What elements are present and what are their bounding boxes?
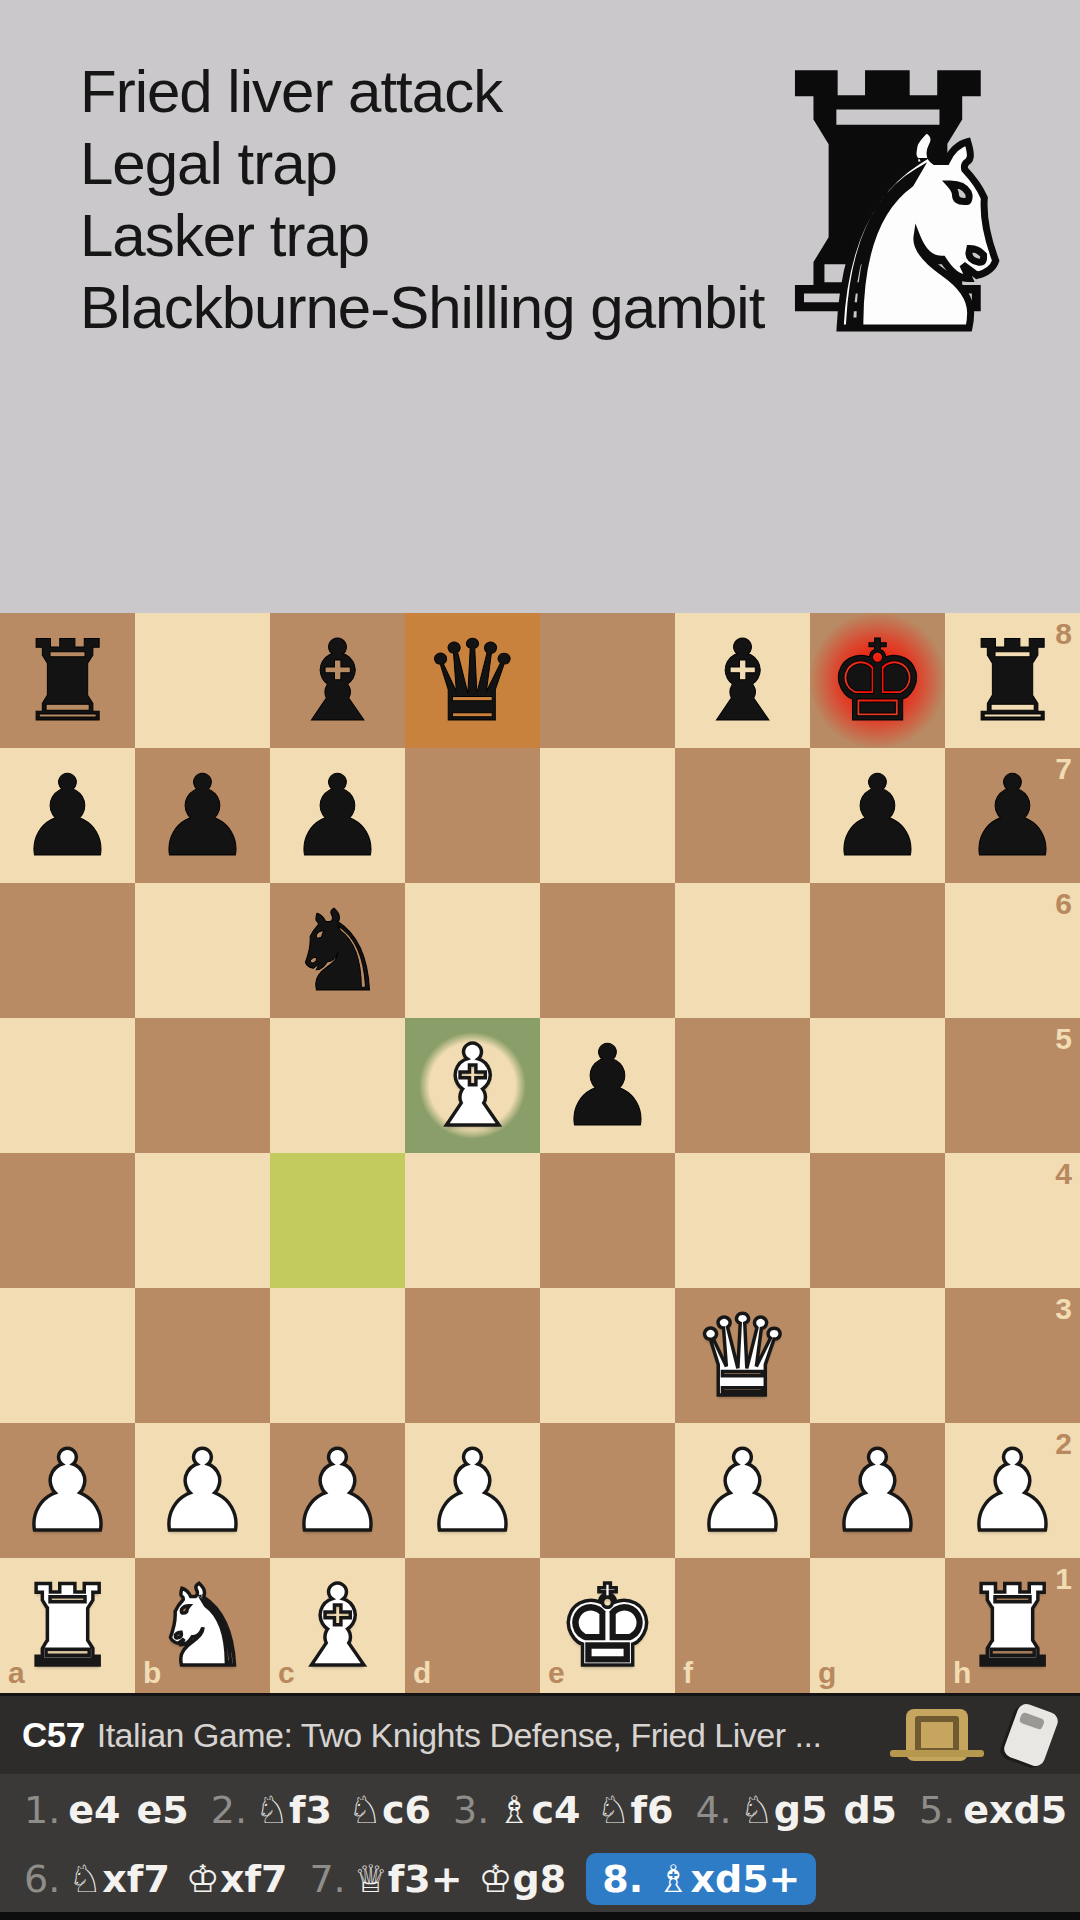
square-h5[interactable]: 5 <box>945 1018 1080 1153</box>
square-g6[interactable] <box>810 883 945 1018</box>
title-line: Fried liver attack <box>80 56 764 128</box>
coord-rank-7: 7 <box>1055 754 1072 784</box>
move[interactable]: ♕f3+ <box>354 1857 463 1901</box>
piece-white-pawn[interactable]: ♟ <box>405 1423 540 1558</box>
move[interactable]: e5 <box>136 1788 188 1832</box>
square-a7[interactable]: ♟ <box>0 748 135 883</box>
piece-white-pawn[interactable]: ♟ <box>270 1423 405 1558</box>
square-e2[interactable] <box>540 1423 675 1558</box>
move-list-row-1: 1.e4e52.♘f3♘c63.♗c4♘f64.♘g5d55.exd5♘xd5 <box>0 1774 1080 1846</box>
piece-white-pawn[interactable]: ♟ <box>810 1423 945 1558</box>
square-h7[interactable]: ♟7 <box>945 748 1080 883</box>
coord-file-a: a <box>8 1658 25 1688</box>
chess-board[interactable]: ♜♝♛♝♚♜8♟♟♟♟♟7♞6♝♟54♛3♟♟♟♟♟♟♟2♜a♞b♝cd♚efg… <box>0 613 1080 1693</box>
square-c7[interactable]: ♟ <box>270 748 405 883</box>
move[interactable]: ♘xf7 <box>68 1857 170 1901</box>
eraser-icon[interactable] <box>1002 1702 1061 1769</box>
coord-file-d: d <box>413 1658 431 1688</box>
piece-white-pawn[interactable]: ♟ <box>675 1423 810 1558</box>
square-h2[interactable]: ♟2 <box>945 1423 1080 1558</box>
move-number: 3. <box>453 1788 489 1832</box>
coord-file-e: e <box>548 1658 565 1688</box>
piece-black-pawn[interactable]: ♟ <box>540 1018 675 1153</box>
square-b3[interactable] <box>135 1288 270 1423</box>
move-number: 1. <box>24 1788 60 1832</box>
screen: Fried liver attackLegal trapLasker trapB… <box>0 0 1080 1920</box>
square-e8[interactable] <box>540 613 675 748</box>
active-tab-underline <box>890 1750 984 1757</box>
square-g3[interactable] <box>810 1288 945 1423</box>
square-b7[interactable]: ♟ <box>135 748 270 883</box>
square-b6[interactable] <box>135 883 270 1018</box>
piece-black-pawn[interactable]: ♟ <box>270 748 405 883</box>
square-b5[interactable] <box>135 1018 270 1153</box>
move[interactable]: ♘f3 <box>255 1788 332 1832</box>
square-c1[interactable]: ♝c <box>270 1558 405 1693</box>
square-d1[interactable]: d <box>405 1558 540 1693</box>
coord-file-c: c <box>278 1658 295 1688</box>
square-d2[interactable]: ♟ <box>405 1423 540 1558</box>
square-g1[interactable]: g <box>810 1558 945 1693</box>
coord-file-g: g <box>818 1658 836 1688</box>
eco-code: C57 <box>22 1715 85 1754</box>
move-number: 4. <box>695 1788 731 1832</box>
move-number: 2. <box>211 1788 247 1832</box>
square-e7[interactable] <box>540 748 675 883</box>
move-list-row-2: 6.♘xf7♔xf77.♕f3+♔g88. ♗xd5+ <box>0 1846 1080 1912</box>
move[interactable]: d5 <box>843 1788 897 1832</box>
piece-black-king[interactable]: ♚ <box>810 613 945 748</box>
move-number: 6. <box>24 1857 60 1901</box>
coord-file-f: f <box>683 1658 693 1688</box>
title-line: Legal trap <box>80 128 764 200</box>
square-a5[interactable] <box>0 1018 135 1153</box>
square-d6[interactable] <box>405 883 540 1018</box>
coord-rank-3: 3 <box>1055 1294 1072 1324</box>
move[interactable]: ♔g8 <box>479 1857 567 1901</box>
square-c5[interactable] <box>270 1018 405 1153</box>
square-h8[interactable]: ♜8 <box>945 613 1080 748</box>
eraser-icon-band <box>1019 1712 1045 1731</box>
square-h3[interactable]: 3 <box>945 1288 1080 1423</box>
coord-rank-8: 8 <box>1055 619 1072 649</box>
square-b4[interactable] <box>135 1153 270 1288</box>
square-f6[interactable] <box>675 883 810 1018</box>
piece-white-queen[interactable]: ♛ <box>675 1288 810 1423</box>
square-c8[interactable]: ♝ <box>270 613 405 748</box>
analysis-bar: C57Italian Game: Two Knights Defense, Fr… <box>0 1693 1080 1920</box>
coord-file-b: b <box>143 1658 161 1688</box>
chess-logo: ♜ ♞ <box>748 52 1038 362</box>
square-h4[interactable]: 4 <box>945 1153 1080 1288</box>
coord-rank-2: 2 <box>1055 1429 1072 1459</box>
move[interactable]: ♗c4 <box>497 1788 580 1832</box>
square-f5[interactable] <box>675 1018 810 1153</box>
move[interactable]: ♔xf7 <box>186 1857 288 1901</box>
square-a6[interactable] <box>0 883 135 1018</box>
square-a1[interactable]: ♜a <box>0 1558 135 1693</box>
coord-rank-5: 5 <box>1055 1024 1072 1054</box>
square-g4[interactable] <box>810 1153 945 1288</box>
header-panel: Fried liver attackLegal trapLasker trapB… <box>0 0 1080 613</box>
square-c4[interactable] <box>270 1153 405 1288</box>
square-c2[interactable]: ♟ <box>270 1423 405 1558</box>
move-number: 7. <box>309 1857 345 1901</box>
title-line: Blackburne-Shilling gambit <box>80 272 764 344</box>
square-e5[interactable]: ♟ <box>540 1018 675 1153</box>
square-e6[interactable] <box>540 883 675 1018</box>
piece-white-pawn[interactable]: ♟ <box>0 1423 135 1558</box>
piece-white-pawn[interactable]: ♟ <box>135 1423 270 1558</box>
move[interactable]: ♘g5 <box>740 1788 828 1832</box>
square-d4[interactable] <box>405 1153 540 1288</box>
square-f2[interactable]: ♟ <box>675 1423 810 1558</box>
square-f1[interactable]: f <box>675 1558 810 1693</box>
square-d5[interactable]: ♝ <box>405 1018 540 1153</box>
piece-black-pawn[interactable]: ♟ <box>0 748 135 883</box>
move[interactable]: ♘f6 <box>596 1788 673 1832</box>
piece-black-queen[interactable]: ♛ <box>405 613 540 748</box>
bar-icons <box>906 1696 1058 1774</box>
move-number: 5. <box>919 1788 955 1832</box>
square-a4[interactable] <box>0 1153 135 1288</box>
square-f8[interactable]: ♝ <box>675 613 810 748</box>
move[interactable]: e4 <box>68 1788 120 1832</box>
current-move[interactable]: 8. ♗xd5+ <box>586 1853 816 1905</box>
square-e1[interactable]: ♚e <box>540 1558 675 1693</box>
piece-black-pawn[interactable]: ♟ <box>810 748 945 883</box>
square-g5[interactable] <box>810 1018 945 1153</box>
move[interactable]: ♘c6 <box>348 1788 431 1832</box>
square-d7[interactable] <box>405 748 540 883</box>
coord-file-h: h <box>953 1658 971 1688</box>
opening-traps-title: Fried liver attackLegal trapLasker trapB… <box>80 56 764 344</box>
opening-row: C57Italian Game: Two Knights Defense, Fr… <box>0 1696 1080 1774</box>
coord-rank-1: 1 <box>1055 1564 1072 1594</box>
square-a2[interactable]: ♟ <box>0 1423 135 1558</box>
book-icon[interactable] <box>906 1709 968 1761</box>
piece-white-bishop[interactable]: ♝ <box>405 1018 540 1153</box>
square-f4[interactable] <box>675 1153 810 1288</box>
square-a8[interactable]: ♜ <box>0 613 135 748</box>
bottom-strip <box>0 1912 1080 1920</box>
opening-name: C57Italian Game: Two Knights Defense, Fr… <box>22 1715 821 1755</box>
square-h1[interactable]: ♜1h <box>945 1558 1080 1693</box>
square-b1[interactable]: ♞b <box>135 1558 270 1693</box>
square-h6[interactable]: 6 <box>945 883 1080 1018</box>
piece-black-bishop[interactable]: ♝ <box>675 613 810 748</box>
square-e3[interactable] <box>540 1288 675 1423</box>
square-g2[interactable]: ♟ <box>810 1423 945 1558</box>
square-c3[interactable] <box>270 1288 405 1423</box>
square-b8[interactable] <box>135 613 270 748</box>
move[interactable]: exd5 <box>963 1788 1067 1832</box>
opening-title: Italian Game: Two Knights Defense, Fried… <box>97 1716 822 1754</box>
knight-icon: ♞ <box>796 98 1040 370</box>
square-f7[interactable] <box>675 748 810 883</box>
square-f3[interactable]: ♛ <box>675 1288 810 1423</box>
piece-black-pawn[interactable]: ♟ <box>135 748 270 883</box>
piece-black-bishop[interactable]: ♝ <box>270 613 405 748</box>
square-g8[interactable]: ♚ <box>810 613 945 748</box>
square-c6[interactable]: ♞ <box>270 883 405 1018</box>
coord-rank-4: 4 <box>1055 1159 1072 1189</box>
square-e4[interactable] <box>540 1153 675 1288</box>
square-g7[interactable]: ♟ <box>810 748 945 883</box>
piece-black-rook[interactable]: ♜ <box>0 613 135 748</box>
square-d3[interactable] <box>405 1288 540 1423</box>
square-d8[interactable]: ♛ <box>405 613 540 748</box>
coord-rank-6: 6 <box>1055 889 1072 919</box>
title-line: Lasker trap <box>80 200 764 272</box>
piece-black-knight[interactable]: ♞ <box>270 883 405 1018</box>
square-b2[interactable]: ♟ <box>135 1423 270 1558</box>
book-icon-inner <box>915 1716 959 1754</box>
square-a3[interactable] <box>0 1288 135 1423</box>
